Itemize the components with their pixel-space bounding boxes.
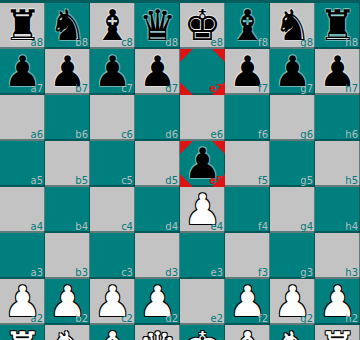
square-d5[interactable]: d5	[135, 141, 180, 187]
last-move-corner-marker	[180, 174, 193, 187]
square-f4[interactable]: f4	[225, 187, 270, 233]
square-label: e8	[210, 37, 223, 48]
square-label: h8	[345, 37, 358, 48]
last-move-corner-marker	[212, 49, 225, 62]
square-h8[interactable]: ♜h8	[315, 3, 360, 49]
white-knight: ♞	[45, 325, 90, 340]
square-label: h6	[345, 129, 358, 140]
square-label: e6	[210, 129, 223, 140]
square-label: d2	[165, 313, 178, 324]
last-move-corner-marker	[212, 141, 225, 154]
square-label: g3	[300, 267, 313, 278]
square-label: c6	[121, 129, 133, 140]
square-h2[interactable]: ♟h2	[315, 279, 360, 325]
square-g5[interactable]: g5	[270, 141, 315, 187]
square-label: g7	[300, 83, 313, 94]
square-label: h5	[345, 175, 358, 186]
square-d7[interactable]: ♟d7	[135, 49, 180, 95]
square-e1[interactable]: ♚e1	[180, 325, 225, 340]
white-king: ♚	[180, 325, 225, 340]
square-a4[interactable]: a4	[0, 187, 45, 233]
square-label: f5	[258, 175, 268, 186]
square-label: f6	[258, 129, 268, 140]
square-h1[interactable]: ♜h1	[315, 325, 360, 340]
square-d1[interactable]: ♛d1	[135, 325, 180, 340]
square-f6[interactable]: f6	[225, 95, 270, 141]
square-label: h7	[345, 83, 358, 94]
square-label: h4	[345, 221, 358, 232]
square-label: d4	[165, 221, 178, 232]
square-label: c3	[121, 267, 133, 278]
square-label: g8	[300, 37, 313, 48]
square-label: f7	[258, 83, 268, 94]
square-c2[interactable]: ♟c2	[90, 279, 135, 325]
square-label: b6	[75, 129, 88, 140]
square-label: a6	[31, 129, 44, 140]
square-h4[interactable]: h4	[315, 187, 360, 233]
square-g3[interactable]: g3	[270, 233, 315, 279]
square-d2[interactable]: ♟d2	[135, 279, 180, 325]
square-label: e2	[210, 313, 223, 324]
white-rook: ♜	[315, 325, 360, 340]
square-label: e3	[210, 267, 223, 278]
square-f5[interactable]: f5	[225, 141, 270, 187]
square-c3[interactable]: c3	[90, 233, 135, 279]
square-label: h2	[345, 313, 358, 324]
square-f7[interactable]: ♟f7	[225, 49, 270, 95]
square-label: a3	[31, 267, 44, 278]
square-label: b5	[75, 175, 88, 186]
square-a3[interactable]: a3	[0, 233, 45, 279]
square-label: f2	[258, 313, 268, 324]
square-label: d8	[165, 37, 178, 48]
white-queen: ♛	[135, 325, 180, 340]
last-move-corner-marker	[180, 82, 193, 95]
square-h3[interactable]: h3	[315, 233, 360, 279]
square-h6[interactable]: h6	[315, 95, 360, 141]
square-f2[interactable]: ♟f2	[225, 279, 270, 325]
square-label: d3	[165, 267, 178, 278]
square-f8[interactable]: ♝f8	[225, 3, 270, 49]
square-label: g5	[300, 175, 313, 186]
square-g7[interactable]: ♟g7	[270, 49, 315, 95]
square-d4[interactable]: d4	[135, 187, 180, 233]
square-e5[interactable]: ♟e5	[180, 141, 225, 187]
square-b1[interactable]: ♞b1	[45, 325, 90, 340]
square-label: c7	[121, 83, 133, 94]
square-label: d7	[165, 83, 178, 94]
square-g6[interactable]: g6	[270, 95, 315, 141]
square-a2[interactable]: ♟a2	[0, 279, 45, 325]
square-e6[interactable]: e6	[180, 95, 225, 141]
square-label: b7	[75, 83, 88, 94]
square-e2[interactable]: e2	[180, 279, 225, 325]
square-e7[interactable]: e7	[180, 49, 225, 95]
square-e3[interactable]: e3	[180, 233, 225, 279]
square-b5[interactable]: b5	[45, 141, 90, 187]
square-g8[interactable]: ♞g8	[270, 3, 315, 49]
square-label: d5	[165, 175, 178, 186]
square-label: g6	[300, 129, 313, 140]
white-bishop: ♝	[225, 325, 270, 340]
square-label: b2	[75, 313, 88, 324]
square-a7[interactable]: ♟a7	[0, 49, 45, 95]
square-label: c4	[121, 221, 133, 232]
square-label: c8	[121, 37, 133, 48]
square-a8[interactable]: ♜a8	[0, 3, 45, 49]
square-label: b8	[75, 37, 88, 48]
square-e4[interactable]: ♟e4	[180, 187, 225, 233]
white-rook: ♜	[0, 325, 45, 340]
square-label: e4	[210, 221, 223, 232]
white-bishop: ♝	[90, 325, 135, 340]
chess-board-viewport: ♜a8♞b8♝c8♛d8♚e8♝f8♞g8♜h8♟a7♟b7♟c7♟d7e7♟f…	[0, 0, 360, 340]
square-label: c2	[121, 313, 133, 324]
square-c7[interactable]: ♟c7	[90, 49, 135, 95]
square-c1[interactable]: ♝c1	[90, 325, 135, 340]
square-f3[interactable]: f3	[225, 233, 270, 279]
square-g2[interactable]: ♟g2	[270, 279, 315, 325]
square-e8[interactable]: ♚e8	[180, 3, 225, 49]
last-move-corner-marker	[180, 49, 193, 62]
square-a6[interactable]: a6	[0, 95, 45, 141]
square-b4[interactable]: b4	[45, 187, 90, 233]
square-label: e5	[209, 175, 223, 186]
square-c6[interactable]: c6	[90, 95, 135, 141]
square-f1[interactable]: ♝f1	[225, 325, 270, 340]
square-label: a5	[31, 175, 44, 186]
square-b3[interactable]: b3	[45, 233, 90, 279]
square-label: b4	[75, 221, 88, 232]
square-label: a4	[31, 221, 44, 232]
board-top-edge	[0, 0, 360, 3]
square-d3[interactable]: d3	[135, 233, 180, 279]
square-label: g2	[300, 313, 313, 324]
square-label: a2	[31, 313, 44, 324]
square-label: c5	[121, 175, 133, 186]
square-d6[interactable]: d6	[135, 95, 180, 141]
square-d8[interactable]: ♛d8	[135, 3, 180, 49]
white-knight: ♞	[270, 325, 315, 340]
square-label: f8	[258, 37, 268, 48]
square-label: g4	[300, 221, 313, 232]
square-b8[interactable]: ♞b8	[45, 3, 90, 49]
square-g4[interactable]: g4	[270, 187, 315, 233]
square-c8[interactable]: ♝c8	[90, 3, 135, 49]
square-label: e7	[209, 83, 223, 94]
square-g1[interactable]: ♞g1	[270, 325, 315, 340]
chess-board: ♜a8♞b8♝c8♛d8♚e8♝f8♞g8♜h8♟a7♟b7♟c7♟d7e7♟f…	[0, 3, 360, 340]
square-c5[interactable]: c5	[90, 141, 135, 187]
square-label: a8	[31, 37, 44, 48]
square-label: f4	[258, 221, 268, 232]
square-h7[interactable]: ♟h7	[315, 49, 360, 95]
square-b7[interactable]: ♟b7	[45, 49, 90, 95]
square-b6[interactable]: b6	[45, 95, 90, 141]
square-b2[interactable]: ♟b2	[45, 279, 90, 325]
square-h5[interactable]: h5	[315, 141, 360, 187]
square-label: h3	[345, 267, 358, 278]
square-label: d6	[165, 129, 178, 140]
square-label: f3	[258, 267, 268, 278]
last-move-corner-marker	[180, 141, 193, 154]
square-label: b3	[75, 267, 88, 278]
square-c4[interactable]: c4	[90, 187, 135, 233]
square-a5[interactable]: a5	[0, 141, 45, 187]
square-label: a7	[31, 83, 44, 94]
square-a1[interactable]: ♜a1	[0, 325, 45, 340]
